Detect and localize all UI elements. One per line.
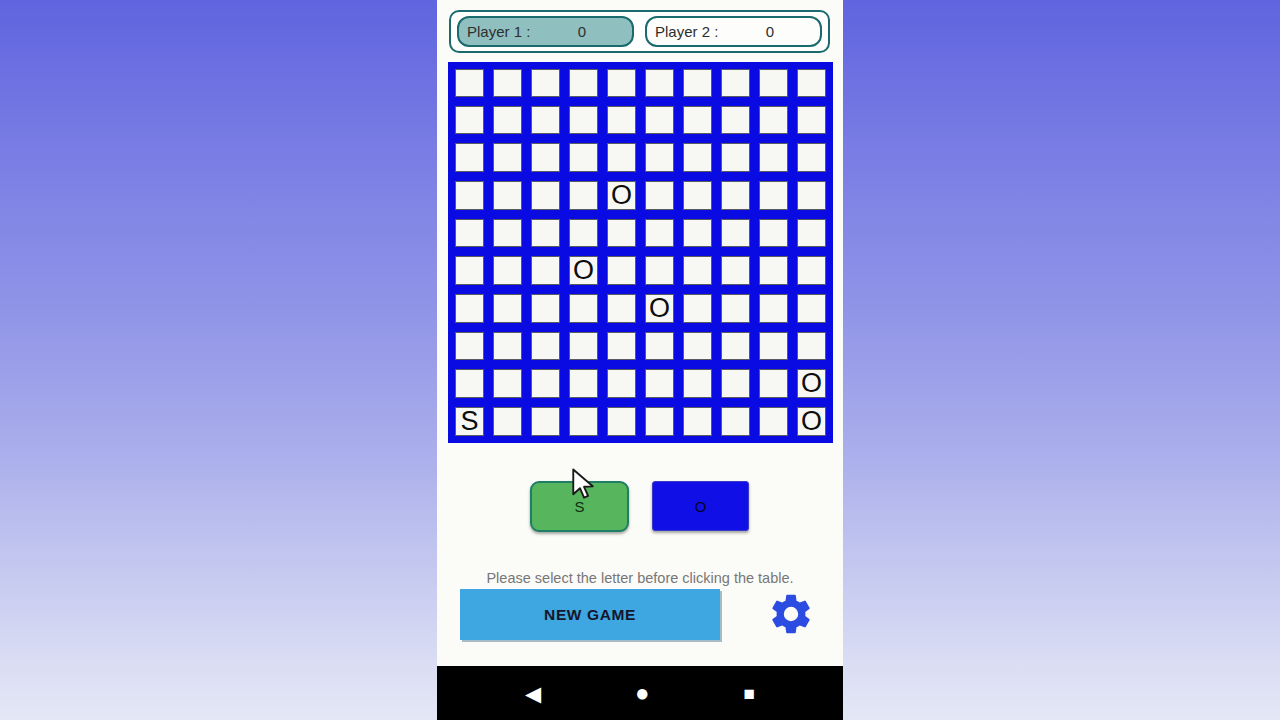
grid-cell[interactable]	[645, 407, 674, 436]
grid-cell[interactable]	[683, 143, 712, 171]
grid-cell[interactable]	[531, 69, 560, 97]
grid-cell[interactable]	[607, 219, 636, 247]
grid-cell[interactable]	[721, 294, 750, 323]
grid-cell[interactable]: S	[455, 407, 484, 436]
grid-cell[interactable]	[493, 294, 522, 323]
grid-cell[interactable]	[797, 181, 826, 210]
player2-score: 0	[766, 23, 774, 40]
player2-label: Player 2 :	[655, 23, 718, 40]
grid-cell[interactable]	[569, 332, 598, 360]
grid-cell[interactable]	[455, 332, 484, 360]
grid-cell[interactable]	[531, 181, 560, 210]
grid-cell[interactable]	[455, 181, 484, 210]
grid-cell[interactable]	[531, 143, 560, 171]
grid-cell[interactable]	[759, 256, 788, 285]
grid-cell[interactable]: O	[607, 181, 636, 210]
grid-cell[interactable]	[607, 69, 636, 97]
grid-cell[interactable]	[645, 69, 674, 97]
scoreboard: Player 1 : 0 Player 2 : 0	[449, 10, 830, 53]
grid-cell[interactable]	[493, 256, 522, 285]
grid-cell[interactable]	[531, 332, 560, 360]
grid-cell[interactable]	[797, 106, 826, 134]
grid-cell[interactable]	[569, 219, 598, 247]
grid-cell[interactable]	[569, 106, 598, 134]
grid-cell[interactable]	[645, 181, 674, 210]
grid-cell[interactable]	[607, 332, 636, 360]
grid-cell[interactable]	[607, 407, 636, 436]
grid-cell[interactable]	[797, 332, 826, 360]
grid-cell[interactable]	[607, 256, 636, 285]
grid-cell[interactable]	[721, 143, 750, 171]
grid-cell[interactable]: O	[569, 256, 598, 285]
grid-cell[interactable]	[607, 143, 636, 171]
grid-cell[interactable]	[493, 143, 522, 171]
grid-cell[interactable]	[721, 219, 750, 247]
grid-cell[interactable]	[455, 219, 484, 247]
grid-cell[interactable]	[493, 219, 522, 247]
grid-cell[interactable]	[455, 143, 484, 171]
settings-gear-icon[interactable]	[767, 590, 815, 638]
grid-cell[interactable]	[569, 143, 598, 171]
grid-cell[interactable]	[759, 369, 788, 398]
grid-cell[interactable]: O	[645, 294, 674, 323]
grid-cell[interactable]	[455, 369, 484, 398]
grid-cell[interactable]	[759, 219, 788, 247]
grid-cell[interactable]	[721, 407, 750, 436]
player2-score-box: Player 2 : 0	[645, 16, 822, 47]
grid-cell[interactable]	[493, 106, 522, 134]
grid-cell[interactable]	[569, 369, 598, 398]
grid-cell[interactable]	[683, 106, 712, 134]
grid-cell[interactable]	[455, 69, 484, 97]
android-nav-bar: ◀ ● ■	[437, 666, 843, 720]
grid-cell[interactable]	[493, 69, 522, 97]
grid-cell[interactable]	[607, 369, 636, 398]
grid-cell[interactable]	[455, 256, 484, 285]
grid-cell[interactable]	[759, 294, 788, 323]
grid-cell[interactable]	[683, 219, 712, 247]
grid-cell[interactable]	[721, 181, 750, 210]
letter-s-button[interactable]: S	[530, 481, 629, 532]
grid-cell[interactable]	[683, 256, 712, 285]
grid-cell[interactable]	[797, 294, 826, 323]
grid-cell[interactable]	[569, 69, 598, 97]
instruction-text: Please select the letter before clicking…	[437, 570, 843, 586]
back-icon[interactable]: ◀	[525, 683, 541, 704]
grid-cell[interactable]	[759, 106, 788, 134]
player1-score-box: Player 1 : 0	[457, 16, 634, 47]
grid-cell[interactable]	[721, 369, 750, 398]
grid-cell[interactable]	[645, 143, 674, 171]
grid-cell[interactable]	[493, 332, 522, 360]
grid-cell[interactable]	[493, 369, 522, 398]
grid-cell[interactable]	[645, 106, 674, 134]
grid-cell[interactable]	[797, 143, 826, 171]
grid-cell[interactable]	[721, 106, 750, 134]
grid-cell[interactable]	[759, 143, 788, 171]
grid-cell[interactable]	[531, 219, 560, 247]
grid-cell[interactable]: O	[797, 407, 826, 436]
grid-cell[interactable]	[531, 369, 560, 398]
player1-score: 0	[578, 23, 586, 40]
grid-cell[interactable]	[493, 407, 522, 436]
grid-cell[interactable]	[645, 369, 674, 398]
phone-screen: Player 1 : 0 Player 2 : 0 OOOOSO S O Ple…	[437, 0, 843, 720]
grid-cell[interactable]	[645, 256, 674, 285]
grid-cell[interactable]	[607, 106, 636, 134]
sos-board: OOOOSO	[448, 62, 833, 443]
grid-cell[interactable]	[759, 332, 788, 360]
grid-cell[interactable]	[721, 69, 750, 97]
grid-cell[interactable]	[683, 369, 712, 398]
home-icon[interactable]: ●	[635, 681, 650, 705]
grid-cell[interactable]	[797, 69, 826, 97]
grid-cell[interactable]	[455, 106, 484, 134]
letter-o-button[interactable]: O	[652, 481, 749, 531]
grid-cell[interactable]	[569, 181, 598, 210]
grid-cell[interactable]	[493, 181, 522, 210]
grid-cell[interactable]	[607, 294, 636, 323]
grid-cell[interactable]	[797, 219, 826, 247]
grid-cell[interactable]	[797, 256, 826, 285]
grid-cell[interactable]	[531, 256, 560, 285]
grid-cell[interactable]	[531, 106, 560, 134]
grid-cell[interactable]	[683, 69, 712, 97]
grid-cell[interactable]	[683, 332, 712, 360]
grid-cell[interactable]	[569, 294, 598, 323]
grid-cell[interactable]	[759, 407, 788, 436]
grid-cell[interactable]	[569, 407, 598, 436]
grid-cell[interactable]	[531, 294, 560, 323]
grid-cell[interactable]	[759, 181, 788, 210]
grid-cell[interactable]	[683, 181, 712, 210]
grid-cell[interactable]	[683, 294, 712, 323]
grid-cell[interactable]	[645, 219, 674, 247]
grid-cell[interactable]	[455, 294, 484, 323]
grid-cell[interactable]	[645, 332, 674, 360]
new-game-button[interactable]: NEW GAME	[460, 589, 720, 640]
player1-label: Player 1 :	[467, 23, 530, 40]
grid-cell[interactable]	[721, 256, 750, 285]
grid-cell[interactable]: O	[797, 369, 826, 398]
grid-cell[interactable]	[759, 69, 788, 97]
grid-cell[interactable]	[721, 332, 750, 360]
grid-cell[interactable]	[683, 407, 712, 436]
recents-icon[interactable]: ■	[744, 684, 755, 703]
grid-cell[interactable]	[531, 407, 560, 436]
video-frame: Player 1 : 0 Player 2 : 0 OOOOSO S O Ple…	[0, 0, 1280, 720]
